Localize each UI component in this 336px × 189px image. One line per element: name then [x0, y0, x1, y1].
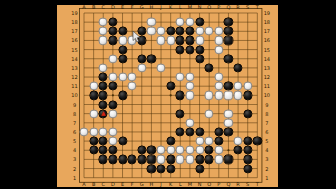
row-label-left: 7: [73, 120, 76, 125]
column-label-top: C: [102, 4, 106, 9]
last-move-marker: ▲: [101, 111, 106, 117]
column-label-bottom: G: [140, 182, 144, 187]
row-label-right: 1: [265, 175, 268, 180]
row-label-left: 16: [71, 38, 77, 43]
column-label-top: G: [140, 4, 144, 9]
row-label-right: 4: [265, 148, 268, 153]
column-label-top: N: [198, 4, 202, 9]
row-label-right: 3: [265, 157, 268, 162]
column-label-bottom: T: [256, 182, 259, 187]
row-label-right: 5: [265, 139, 268, 144]
column-label-top: H: [150, 4, 154, 9]
column-label-top: P: [217, 4, 220, 9]
column-label-top: K: [169, 4, 172, 9]
column-label-top: F: [131, 4, 134, 9]
row-label-left: 1: [73, 175, 76, 180]
row-label-left: 14: [71, 56, 77, 61]
column-label-top: T: [256, 4, 259, 9]
row-label-left: 5: [73, 139, 76, 144]
row-label-right: 12: [264, 75, 270, 80]
row-label-right: 18: [264, 20, 270, 25]
column-label-bottom: M: [188, 182, 192, 187]
row-label-left: 11: [71, 84, 77, 89]
column-label-bottom: L: [179, 182, 182, 187]
column-label-top: R: [236, 4, 239, 9]
row-label-right: 16: [264, 38, 270, 43]
column-label-top: J: [160, 4, 161, 9]
column-label-bottom: N: [198, 182, 202, 187]
row-label-left: 2: [73, 166, 76, 171]
row-label-left: 6: [73, 129, 76, 134]
column-label-bottom: K: [169, 182, 172, 187]
column-label-top: D: [111, 4, 115, 9]
row-label-left: 10: [71, 93, 77, 98]
column-label-bottom: H: [150, 182, 154, 187]
row-label-right: 8: [265, 111, 268, 116]
column-label-top: Q: [226, 4, 230, 9]
row-label-right: 15: [264, 47, 270, 52]
column-label-bottom: R: [236, 182, 239, 187]
column-label-bottom: C: [102, 182, 106, 187]
row-label-right: 14: [264, 56, 270, 61]
row-label-right: 17: [264, 29, 270, 34]
column-label-top: S: [246, 4, 249, 9]
row-label-left: 4: [73, 148, 76, 153]
row-label-right: 13: [264, 65, 270, 70]
column-label-top: B: [92, 4, 95, 9]
column-label-top: A: [82, 4, 85, 9]
go-client-screen: AABBCCDDEEFFGGHHJJKKLLMMNNOOPPQQRRSSTT19…: [0, 0, 336, 189]
column-label-bottom: Q: [226, 182, 230, 187]
row-label-right: 6: [265, 129, 268, 134]
row-label-left: 13: [71, 65, 77, 70]
row-label-left: 15: [71, 47, 77, 52]
row-label-left: 12: [71, 75, 77, 80]
column-label-top: O: [207, 4, 211, 9]
column-label-bottom: A: [82, 182, 85, 187]
row-label-left: 19: [71, 11, 77, 16]
row-label-right: 2: [265, 166, 268, 171]
column-label-bottom: F: [131, 182, 134, 187]
row-label-right: 10: [264, 93, 270, 98]
go-board[interactable]: AABBCCDDEEFFGGHHJJKKLLMMNNOOPPQQRRSSTT19…: [57, 5, 278, 187]
column-label-top: L: [179, 4, 182, 9]
mouse-cursor-icon: [132, 31, 142, 43]
column-label-bottom: D: [111, 182, 115, 187]
row-label-left: 3: [73, 157, 76, 162]
column-label-bottom: E: [121, 182, 124, 187]
row-label-left: 18: [71, 20, 77, 25]
row-label-right: 7: [265, 120, 268, 125]
row-label-left: 9: [73, 102, 76, 107]
row-label-right: 19: [264, 11, 270, 16]
row-label-right: 9: [265, 102, 268, 107]
column-label-bottom: S: [246, 182, 249, 187]
row-label-left: 8: [73, 111, 76, 116]
column-label-top: E: [121, 4, 124, 9]
column-label-bottom: B: [92, 182, 95, 187]
column-label-bottom: J: [160, 182, 161, 187]
column-label-bottom: O: [207, 182, 211, 187]
row-label-left: 17: [71, 29, 77, 34]
row-label-right: 11: [264, 84, 270, 89]
column-label-top: M: [188, 4, 192, 9]
column-label-bottom: P: [217, 182, 220, 187]
